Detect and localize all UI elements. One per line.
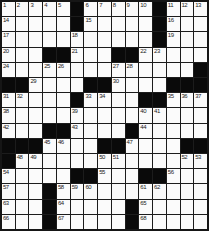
- clue-number: 29: [30, 78, 36, 85]
- white-cell-r12c1[interactable]: 54: [2, 169, 15, 183]
- white-cell-r3c14[interactable]: [181, 32, 194, 46]
- clue-number: 66: [3, 215, 9, 222]
- white-cell-r13c13[interactable]: [167, 184, 180, 198]
- white-cell-r15c6[interactable]: [71, 215, 84, 229]
- white-cell-r6c9[interactable]: 30: [112, 78, 125, 92]
- black-cell-r6c15: [194, 78, 207, 92]
- clue-number: 46: [58, 139, 64, 146]
- white-cell-r4c3[interactable]: [29, 48, 42, 62]
- white-cell-r1c13[interactable]: 11: [167, 2, 180, 16]
- clue-number: 38: [3, 108, 9, 115]
- black-cell-r10c3: [29, 139, 42, 153]
- white-cell-r14c12[interactable]: [153, 200, 166, 214]
- white-cell-r11c13[interactable]: [167, 154, 180, 168]
- clue-number: 54: [3, 169, 9, 176]
- white-cell-r9c7[interactable]: [84, 124, 97, 138]
- clue-number: 42: [3, 124, 9, 131]
- black-cell-r10c2: [16, 139, 29, 153]
- white-cell-r13c1[interactable]: 57: [2, 184, 15, 198]
- white-cell-r5c3[interactable]: [29, 63, 42, 77]
- white-cell-r8c15[interactable]: [194, 108, 207, 122]
- white-cell-r7c4[interactable]: [43, 93, 56, 107]
- white-cell-r3c7[interactable]: [84, 32, 97, 46]
- clue-number: 60: [85, 184, 91, 191]
- clue-number: 50: [99, 154, 105, 161]
- white-cell-r11c8[interactable]: 50: [98, 154, 111, 168]
- white-cell-r7c5[interactable]: [57, 93, 70, 107]
- white-cell-r5c9[interactable]: 27: [112, 63, 125, 77]
- white-cell-r8c12[interactable]: 41: [153, 108, 166, 122]
- black-cell-r15c10: [126, 215, 139, 229]
- white-cell-r1c10[interactable]: 9: [126, 2, 139, 16]
- clue-number: 30: [113, 78, 119, 85]
- black-cell-r10c14: [181, 139, 194, 153]
- white-cell-r14c7[interactable]: [84, 200, 97, 214]
- clue-number: 12: [182, 2, 188, 9]
- white-cell-r14c8[interactable]: [98, 200, 111, 214]
- white-cell-r10c5[interactable]: 46: [57, 139, 70, 153]
- white-cell-r9c3[interactable]: [29, 124, 42, 138]
- white-cell-r9c2[interactable]: [16, 124, 29, 138]
- white-cell-r11c2[interactable]: 48: [16, 154, 29, 168]
- clue-number: 53: [195, 154, 201, 161]
- white-cell-r14c15[interactable]: [194, 200, 207, 214]
- black-cell-r4c10: [126, 48, 139, 62]
- white-cell-r5c6[interactable]: [71, 63, 84, 77]
- white-cell-r2c1[interactable]: 14: [2, 17, 15, 31]
- black-cell-r9c4: [43, 124, 56, 138]
- white-cell-r4c1[interactable]: 20: [2, 48, 15, 62]
- black-cell-r12c6: [71, 169, 84, 183]
- white-cell-r5c4[interactable]: 25: [43, 63, 56, 77]
- white-cell-r14c11[interactable]: 65: [139, 200, 152, 214]
- clue-number: 26: [58, 63, 64, 70]
- white-cell-r10c13[interactable]: [167, 139, 180, 153]
- white-cell-r9c15[interactable]: [194, 124, 207, 138]
- clue-number: 39: [72, 108, 78, 115]
- clue-number: 27: [113, 63, 119, 70]
- white-cell-r14c14[interactable]: [181, 200, 194, 214]
- white-cell-r7c15[interactable]: 37: [194, 93, 207, 107]
- white-cell-r14c13[interactable]: [167, 200, 180, 214]
- white-cell-r3c8[interactable]: [98, 32, 111, 46]
- white-cell-r13c2[interactable]: [16, 184, 29, 198]
- white-cell-r2c13[interactable]: 16: [167, 17, 180, 31]
- white-cell-r8c1[interactable]: 38: [2, 108, 15, 122]
- white-cell-r3c15[interactable]: [194, 32, 207, 46]
- clue-number: 47: [127, 139, 133, 146]
- black-cell-r13c4: [43, 184, 56, 198]
- white-cell-r4c7[interactable]: [84, 48, 97, 62]
- white-cell-r12c5[interactable]: [57, 169, 70, 183]
- clue-number: 67: [58, 215, 64, 222]
- clue-number: 28: [127, 63, 133, 70]
- clue-number: 35: [168, 93, 174, 100]
- white-cell-r15c14[interactable]: [181, 215, 194, 229]
- black-cell-r10c1: [2, 139, 15, 153]
- white-cell-r1c8[interactable]: 7: [98, 2, 111, 16]
- white-cell-r2c5[interactable]: [57, 17, 70, 31]
- black-cell-r2c12: [153, 17, 166, 31]
- clue-number: 36: [182, 93, 188, 100]
- white-cell-r1c9[interactable]: 8: [112, 2, 125, 16]
- clue-number: 22: [140, 48, 146, 55]
- clue-number: 58: [58, 184, 64, 191]
- white-cell-r8c2[interactable]: [16, 108, 29, 122]
- clue-number: 64: [58, 200, 64, 207]
- white-cell-r14c9[interactable]: [112, 200, 125, 214]
- white-cell-r3c5[interactable]: [57, 32, 70, 46]
- black-cell-r14c10: [126, 200, 139, 214]
- clue-number: 48: [17, 154, 23, 161]
- white-cell-r10c7[interactable]: [84, 139, 97, 153]
- clue-number: 9: [127, 2, 130, 9]
- clue-number: 51: [113, 154, 119, 161]
- white-cell-r9c14[interactable]: [181, 124, 194, 138]
- clue-number: 57: [3, 184, 9, 191]
- white-cell-r6c6[interactable]: [71, 78, 84, 92]
- white-cell-r4c14[interactable]: [181, 48, 194, 62]
- white-cell-r1c5[interactable]: 5: [57, 2, 70, 16]
- white-cell-r10c6[interactable]: [71, 139, 84, 153]
- white-cell-r8c8[interactable]: [98, 108, 111, 122]
- white-cell-r6c3[interactable]: 29: [29, 78, 42, 92]
- white-cell-r14c2[interactable]: [16, 200, 29, 214]
- white-cell-r3c6[interactable]: 18: [71, 32, 84, 46]
- white-cell-r6c4[interactable]: [43, 78, 56, 92]
- white-cell-r9c1[interactable]: 42: [2, 124, 15, 138]
- white-cell-r10c11[interactable]: [139, 139, 152, 153]
- white-cell-r5c11[interactable]: [139, 63, 152, 77]
- clue-number: 68: [140, 215, 146, 222]
- white-cell-r7c9[interactable]: [112, 93, 125, 107]
- white-cell-r11c4[interactable]: [43, 154, 56, 168]
- white-cell-r12c14[interactable]: [181, 169, 194, 183]
- white-cell-r14c3[interactable]: [29, 200, 42, 214]
- white-cell-r5c2[interactable]: [16, 63, 29, 77]
- white-cell-r1c11[interactable]: 10: [139, 2, 152, 16]
- clue-number: 6: [85, 2, 88, 9]
- white-cell-r12c13[interactable]: 56: [167, 169, 180, 183]
- white-cell-r4c13[interactable]: [167, 48, 180, 62]
- white-cell-r2c11[interactable]: [139, 17, 152, 31]
- black-cell-r4c4: [43, 48, 56, 62]
- white-cell-r5c7[interactable]: [84, 63, 97, 77]
- black-cell-r7c6: [71, 93, 84, 107]
- white-cell-r11c3[interactable]: 49: [29, 154, 42, 168]
- white-cell-r11c7[interactable]: [84, 154, 97, 168]
- white-cell-r5c14[interactable]: [181, 63, 194, 77]
- black-cell-r6c8: [98, 78, 111, 92]
- white-cell-r11c9[interactable]: 51: [112, 154, 125, 168]
- clue-number: 4: [44, 2, 47, 9]
- black-cell-r2c6: [71, 17, 84, 31]
- white-cell-r7c13[interactable]: 35: [167, 93, 180, 107]
- white-cell-r9c6[interactable]: 43: [71, 124, 84, 138]
- white-cell-r8c4[interactable]: [43, 108, 56, 122]
- white-cell-r8c14[interactable]: [181, 108, 194, 122]
- white-cell-r5c10[interactable]: 28: [126, 63, 139, 77]
- white-cell-r5c8[interactable]: [98, 63, 111, 77]
- white-cell-r1c3[interactable]: 3: [29, 2, 42, 16]
- white-cell-r8c11[interactable]: 40: [139, 108, 152, 122]
- white-cell-r6c5[interactable]: [57, 78, 70, 92]
- clue-number: 18: [72, 32, 78, 39]
- white-cell-r13c7[interactable]: 60: [84, 184, 97, 198]
- clue-number: 63: [3, 200, 9, 207]
- white-cell-r3c1[interactable]: 17: [2, 32, 15, 46]
- black-cell-r3c12: [153, 32, 166, 46]
- clue-number: 17: [3, 32, 9, 39]
- white-cell-r1c4[interactable]: 4: [43, 2, 56, 16]
- white-cell-r4c12[interactable]: 23: [153, 48, 166, 62]
- white-cell-r15c12[interactable]: [153, 215, 166, 229]
- white-cell-r5c1[interactable]: 24: [2, 63, 15, 77]
- white-cell-r15c13[interactable]: [167, 215, 180, 229]
- white-cell-r12c3[interactable]: [29, 169, 42, 183]
- white-cell-r11c12[interactable]: [153, 154, 166, 168]
- white-cell-r7c2[interactable]: 32: [16, 93, 29, 107]
- white-cell-r8c5[interactable]: [57, 108, 70, 122]
- clue-number: 7: [99, 2, 102, 9]
- white-cell-r2c14[interactable]: [181, 17, 194, 31]
- clue-number: 1: [3, 2, 6, 9]
- white-cell-r1c1[interactable]: 1: [2, 2, 15, 16]
- white-cell-r13c6[interactable]: 59: [71, 184, 84, 198]
- white-cell-r4c8[interactable]: [98, 48, 111, 62]
- white-cell-r13c11[interactable]: 61: [139, 184, 152, 198]
- white-cell-r15c11[interactable]: 68: [139, 215, 152, 229]
- white-cell-r8c10[interactable]: [126, 108, 139, 122]
- clue-number: 23: [154, 48, 160, 55]
- white-cell-r9c13[interactable]: [167, 124, 180, 138]
- white-cell-r13c3[interactable]: [29, 184, 42, 198]
- white-cell-r11c15[interactable]: 53: [194, 154, 207, 168]
- white-cell-r12c15[interactable]: [194, 169, 207, 183]
- white-cell-r15c3[interactable]: [29, 215, 42, 229]
- white-cell-r6c11[interactable]: [139, 78, 152, 92]
- black-cell-r6c14: [181, 78, 194, 92]
- clue-number: 34: [99, 93, 105, 100]
- white-cell-r10c4[interactable]: 45: [43, 139, 56, 153]
- clue-number: 16: [168, 17, 174, 24]
- black-cell-r4c9: [112, 48, 125, 62]
- clue-number: 32: [17, 93, 23, 100]
- black-cell-r6c1: [2, 78, 15, 92]
- black-cell-r5c15: [194, 63, 207, 77]
- white-cell-r12c10[interactable]: [126, 169, 139, 183]
- black-cell-r10c9: [112, 139, 125, 153]
- clue-number: 52: [182, 154, 188, 161]
- clue-number: 49: [30, 154, 36, 161]
- white-cell-r15c2[interactable]: [16, 215, 29, 229]
- white-cell-r11c5[interactable]: [57, 154, 70, 168]
- clue-number: 8: [113, 2, 116, 9]
- clue-number: 14: [3, 17, 9, 24]
- white-cell-r4c2[interactable]: [16, 48, 29, 62]
- black-cell-r12c11: [139, 169, 152, 183]
- black-cell-r15c4: [43, 215, 56, 229]
- white-cell-r1c15[interactable]: 13: [194, 2, 207, 16]
- white-cell-r3c3[interactable]: [29, 32, 42, 46]
- clue-number: 2: [17, 2, 20, 9]
- white-cell-r7c14[interactable]: 36: [181, 93, 194, 107]
- white-cell-r3c9[interactable]: [112, 32, 125, 46]
- black-cell-r10c8: [98, 139, 111, 153]
- white-cell-r13c14[interactable]: [181, 184, 194, 198]
- white-cell-r10c10[interactable]: 47: [126, 139, 139, 153]
- white-cell-r2c10[interactable]: [126, 17, 139, 31]
- white-cell-r8c13[interactable]: [167, 108, 180, 122]
- white-cell-r3c10[interactable]: [126, 32, 139, 46]
- clue-number: 5: [58, 2, 61, 9]
- white-cell-r13c12[interactable]: 62: [153, 184, 166, 198]
- white-cell-r5c12[interactable]: [153, 63, 166, 77]
- clue-number: 20: [3, 48, 9, 55]
- white-cell-r15c15[interactable]: [194, 215, 207, 229]
- white-cell-r7c10[interactable]: [126, 93, 139, 107]
- white-cell-r7c3[interactable]: [29, 93, 42, 107]
- white-cell-r1c14[interactable]: 12: [181, 2, 194, 16]
- white-cell-r15c1[interactable]: 66: [2, 215, 15, 229]
- white-cell-r9c11[interactable]: 44: [139, 124, 152, 138]
- white-cell-r9c12[interactable]: [153, 124, 166, 138]
- white-cell-r8c9[interactable]: [112, 108, 125, 122]
- black-cell-r1c6: [71, 2, 84, 16]
- clue-number: 43: [72, 124, 78, 131]
- black-cell-r1c12: [153, 2, 166, 16]
- white-cell-r15c7[interactable]: [84, 215, 97, 229]
- black-cell-r14c4: [43, 200, 56, 214]
- black-cell-r6c7: [84, 78, 97, 92]
- white-cell-r3c2[interactable]: [16, 32, 29, 46]
- white-cell-r14c6[interactable]: [71, 200, 84, 214]
- white-cell-r2c8[interactable]: [98, 17, 111, 31]
- white-cell-r12c4[interactable]: [43, 169, 56, 183]
- clue-number: 3: [30, 2, 33, 9]
- clue-number: 62: [154, 184, 160, 191]
- white-cell-r2c4[interactable]: [43, 17, 56, 31]
- white-cell-r14c5[interactable]: 64: [57, 200, 70, 214]
- white-cell-r2c9[interactable]: [112, 17, 125, 31]
- white-cell-r12c2[interactable]: [16, 169, 29, 183]
- clue-number: 40: [140, 108, 146, 115]
- clue-number: 13: [195, 2, 201, 9]
- white-cell-r2c3[interactable]: [29, 17, 42, 31]
- clue-number: 31: [3, 93, 9, 100]
- black-cell-r6c2: [16, 78, 29, 92]
- white-cell-r11c10[interactable]: [126, 154, 139, 168]
- white-cell-r13c15[interactable]: [194, 184, 207, 198]
- white-cell-r15c8[interactable]: [98, 215, 111, 229]
- white-cell-r12c8[interactable]: 55: [98, 169, 111, 183]
- white-cell-r8c6[interactable]: 39: [71, 108, 84, 122]
- white-cell-r12c9[interactable]: [112, 169, 125, 183]
- black-cell-r4c5: [57, 48, 70, 62]
- white-cell-r15c5[interactable]: 67: [57, 215, 70, 229]
- white-cell-r2c2[interactable]: [16, 17, 29, 31]
- white-cell-r9c8[interactable]: [98, 124, 111, 138]
- black-cell-r10c15: [194, 139, 207, 153]
- clue-number: 25: [44, 63, 50, 70]
- clue-number: 10: [140, 2, 146, 9]
- clue-number: 56: [168, 169, 174, 176]
- clue-number: 19: [168, 32, 174, 39]
- clue-number: 45: [44, 139, 50, 146]
- white-cell-r4c11[interactable]: 22: [139, 48, 152, 62]
- black-cell-r11c1: [2, 154, 15, 168]
- white-cell-r9c9[interactable]: [112, 124, 125, 138]
- white-cell-r11c14[interactable]: 52: [181, 154, 194, 168]
- crossword-grid: 1234567891011121314151617181920212223242…: [0, 0, 209, 231]
- white-cell-r1c7[interactable]: 6: [84, 2, 97, 16]
- black-cell-r9c5: [57, 124, 70, 138]
- black-cell-r9c10: [126, 124, 139, 138]
- clue-number: 15: [85, 17, 91, 24]
- clue-number: 44: [140, 124, 146, 131]
- clue-number: 37: [195, 93, 201, 100]
- white-cell-r7c7[interactable]: 33: [84, 93, 97, 107]
- black-cell-r6c13: [167, 78, 180, 92]
- white-cell-r3c4[interactable]: [43, 32, 56, 46]
- white-cell-r6c12[interactable]: [153, 78, 166, 92]
- white-cell-r13c10[interactable]: [126, 184, 139, 198]
- white-cell-r3c11[interactable]: [139, 32, 152, 46]
- clue-number: 21: [72, 48, 78, 55]
- black-cell-r7c11: [139, 93, 152, 107]
- clue-number: 55: [99, 169, 105, 176]
- clue-number: 24: [3, 63, 9, 70]
- clue-number: 65: [140, 200, 146, 207]
- white-cell-r8c7[interactable]: [84, 108, 97, 122]
- white-cell-r5c5[interactable]: 26: [57, 63, 70, 77]
- white-cell-r15c9[interactable]: [112, 215, 125, 229]
- white-cell-r7c8[interactable]: 34: [98, 93, 111, 107]
- white-cell-r2c15[interactable]: [194, 17, 207, 31]
- white-cell-r3c13[interactable]: 19: [167, 32, 180, 46]
- white-cell-r2c7[interactable]: 15: [84, 17, 97, 31]
- white-cell-r14c1[interactable]: 63: [2, 200, 15, 214]
- clue-number: 41: [154, 108, 160, 115]
- clue-number: 33: [85, 93, 91, 100]
- white-cell-r13c8[interactable]: [98, 184, 111, 198]
- white-cell-r11c6[interactable]: [71, 154, 84, 168]
- white-cell-r4c15[interactable]: [194, 48, 207, 62]
- white-cell-r11c11[interactable]: [139, 154, 152, 168]
- white-cell-r13c9[interactable]: [112, 184, 125, 198]
- white-cell-r4c6[interactable]: 21: [71, 48, 84, 62]
- white-cell-r10c12[interactable]: [153, 139, 166, 153]
- white-cell-r5c13[interactable]: [167, 63, 180, 77]
- white-cell-r6c10[interactable]: [126, 78, 139, 92]
- white-cell-r1c2[interactable]: 2: [16, 2, 29, 16]
- white-cell-r13c5[interactable]: 58: [57, 184, 70, 198]
- black-cell-r7c12: [153, 93, 166, 107]
- black-cell-r12c12: [153, 169, 166, 183]
- white-cell-r8c3[interactable]: [29, 108, 42, 122]
- black-cell-r12c7: [84, 169, 97, 183]
- clue-number: 59: [72, 184, 78, 191]
- clue-number: 11: [168, 2, 173, 9]
- white-cell-r7c1[interactable]: 31: [2, 93, 15, 107]
- clue-number: 61: [140, 184, 146, 191]
